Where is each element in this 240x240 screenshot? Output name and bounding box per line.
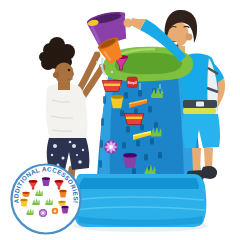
cup-piece	[20, 199, 27, 207]
boy-raised-hand	[124, 19, 133, 28]
wheel-piece	[39, 209, 47, 217]
cup-piece	[123, 153, 137, 168]
peg-hole	[148, 106, 152, 113]
peg-hole	[136, 140, 140, 147]
peg-hole	[158, 152, 162, 159]
boat-piece	[124, 114, 144, 125]
peg-hole	[138, 90, 142, 97]
cup-piece	[59, 190, 66, 198]
toddler-hand-upper	[94, 52, 101, 59]
boy-belt-buckle	[196, 102, 204, 107]
brand-logo: Step2	[127, 77, 138, 88]
boat-piece	[102, 81, 122, 92]
pillar-slot	[103, 96, 106, 104]
boy-waist-band	[183, 108, 216, 114]
scene-svg: Step2	[0, 0, 240, 240]
peg-hole	[144, 154, 148, 161]
cup-piece	[61, 206, 68, 214]
boy-shorts	[182, 114, 220, 148]
pillar-slot	[100, 140, 103, 148]
pillar-slot	[101, 118, 104, 126]
peg-hole	[126, 126, 130, 133]
basin-trough	[79, 178, 199, 189]
spinner-piece	[52, 208, 59, 215]
peg-hole	[132, 168, 136, 175]
toddler-ear	[53, 72, 59, 78]
peg-hole	[140, 124, 144, 131]
cup-piece	[42, 177, 50, 186]
toddler-eye	[68, 69, 70, 71]
peg-hole	[124, 92, 128, 99]
peg-hole	[120, 110, 124, 117]
pillar-slot	[99, 160, 102, 168]
accessories-badge: ADDITIONAL ACCESSORIES!	[12, 165, 81, 234]
cup-piece	[111, 95, 124, 109]
water-basin-base	[72, 174, 208, 232]
wheel-piece	[104, 140, 118, 154]
product-photo: Step2	[0, 0, 240, 240]
peg-hole	[154, 122, 158, 129]
logo-text: Step2	[128, 81, 137, 85]
badge-circle	[12, 165, 81, 234]
toddler-sleeve-2	[72, 93, 86, 105]
peg-hole	[122, 142, 126, 149]
peg-hole	[150, 138, 154, 145]
boy-ear	[186, 34, 193, 41]
